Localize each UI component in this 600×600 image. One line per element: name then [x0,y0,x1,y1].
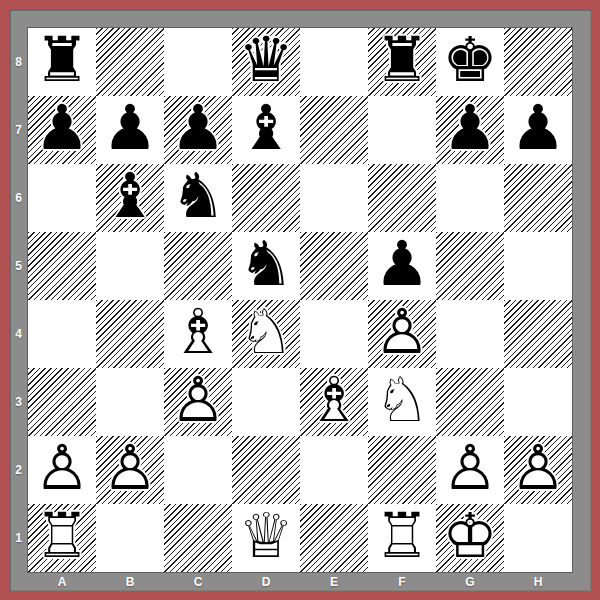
piece-white-pawn: ♙ [510,437,566,499]
square-f1: ♜♖ [368,504,436,572]
square-b5 [96,232,164,300]
square-c2 [164,436,232,504]
chess-board: ♜♜♛♛♜♜♚♚♟♟♟♟♟♟♝♝♟♟♟♟♝♝♞♞♞♞♟♟♝♗♞♘♟♙♟♙♝♗♞♘… [28,28,572,572]
piece-black-pawn: ♟ [34,97,90,159]
square-g2: ♟♙ [436,436,504,504]
square-g5 [436,232,504,300]
piece-white-bishop: ♗ [170,301,226,363]
square-e8 [300,28,368,96]
piece-white-pawn: ♙ [102,437,158,499]
square-a7: ♟♟ [28,96,96,164]
square-b7: ♟♟ [96,96,164,164]
square-a2: ♟♙ [28,436,96,504]
rank-label: 2 [9,436,28,504]
square-e4 [300,300,368,368]
file-label: C [164,572,232,591]
square-g6 [436,164,504,232]
square-d2 [232,436,300,504]
square-b6: ♝♝ [96,164,164,232]
square-h6 [504,164,572,232]
board-frame: 87654321 ♜♜♛♛♜♜♚♚♟♟♟♟♟♟♝♝♟♟♟♟♝♝♞♞♞♞♟♟♝♗♞… [9,9,591,591]
square-f3: ♞♘ [368,368,436,436]
square-f4: ♟♙ [368,300,436,368]
square-a8: ♜♜ [28,28,96,96]
square-c1 [164,504,232,572]
piece-black-knight: ♞ [170,165,226,227]
piece-black-pawn: ♟ [442,97,498,159]
file-label: F [368,572,436,591]
square-b4 [96,300,164,368]
square-e7 [300,96,368,164]
piece-black-pawn: ♟ [510,97,566,159]
file-labels: ABCDEFGH [28,572,572,591]
square-c3: ♟♙ [164,368,232,436]
piece-white-knight: ♘ [238,301,294,363]
piece-black-rook: ♜ [34,29,90,91]
square-g4 [436,300,504,368]
square-d7: ♝♝ [232,96,300,164]
piece-black-queen: ♛ [238,29,294,91]
rank-label: 5 [9,232,28,300]
piece-white-pawn: ♙ [170,369,226,431]
piece-black-pawn: ♟ [170,97,226,159]
piece-white-king: ♔ [442,505,498,567]
square-b1 [96,504,164,572]
rank-label: 8 [9,28,28,96]
file-label: A [28,572,96,591]
square-a1: ♜♖ [28,504,96,572]
square-h2: ♟♙ [504,436,572,504]
file-label: E [300,572,368,591]
square-h4 [504,300,572,368]
piece-white-pawn: ♙ [34,437,90,499]
square-h3 [504,368,572,436]
piece-white-knight: ♘ [374,369,430,431]
square-c5 [164,232,232,300]
rank-label: 6 [9,164,28,232]
piece-white-pawn: ♙ [442,437,498,499]
square-c4: ♝♗ [164,300,232,368]
square-f7 [368,96,436,164]
rank-label: 3 [9,368,28,436]
square-a6 [28,164,96,232]
piece-black-king: ♚ [442,29,498,91]
piece-black-bishop: ♝ [102,165,158,227]
square-f8: ♜♜ [368,28,436,96]
square-f5: ♟♟ [368,232,436,300]
square-g7: ♟♟ [436,96,504,164]
square-h7: ♟♟ [504,96,572,164]
square-h1 [504,504,572,572]
square-h8 [504,28,572,96]
rank-label: 7 [9,96,28,164]
square-b2: ♟♙ [96,436,164,504]
piece-black-pawn: ♟ [102,97,158,159]
square-a4 [28,300,96,368]
piece-black-pawn: ♟ [374,233,430,295]
piece-white-queen: ♕ [238,505,294,567]
piece-black-rook: ♜ [374,29,430,91]
piece-white-rook: ♖ [34,505,90,567]
square-e6 [300,164,368,232]
square-b8 [96,28,164,96]
file-label: D [232,572,300,591]
square-g8: ♚♚ [436,28,504,96]
square-g3 [436,368,504,436]
piece-white-rook: ♖ [374,505,430,567]
chess-diagram: 87654321 ♜♜♛♛♜♜♚♚♟♟♟♟♟♟♝♝♟♟♟♟♝♝♞♞♞♞♟♟♝♗♞… [0,0,600,600]
square-d6 [232,164,300,232]
file-label: G [436,572,504,591]
square-b3 [96,368,164,436]
square-d8: ♛♛ [232,28,300,96]
rank-label: 1 [9,504,28,572]
piece-white-bishop: ♗ [306,369,362,431]
square-c8 [164,28,232,96]
square-a3 [28,368,96,436]
square-e2 [300,436,368,504]
square-c6: ♞♞ [164,164,232,232]
rank-labels: 87654321 [9,28,28,572]
square-d3 [232,368,300,436]
square-d4: ♞♘ [232,300,300,368]
square-e5 [300,232,368,300]
square-c7: ♟♟ [164,96,232,164]
square-f2 [368,436,436,504]
square-f6 [368,164,436,232]
piece-black-knight: ♞ [238,233,294,295]
rank-label: 4 [9,300,28,368]
square-a5 [28,232,96,300]
square-e3: ♝♗ [300,368,368,436]
file-label: B [96,572,164,591]
square-h5 [504,232,572,300]
square-g1: ♚♔ [436,504,504,572]
square-d1: ♛♕ [232,504,300,572]
file-label: H [504,572,572,591]
square-e1 [300,504,368,572]
square-d5: ♞♞ [232,232,300,300]
piece-black-bishop: ♝ [238,97,294,159]
piece-white-pawn: ♙ [374,301,430,363]
